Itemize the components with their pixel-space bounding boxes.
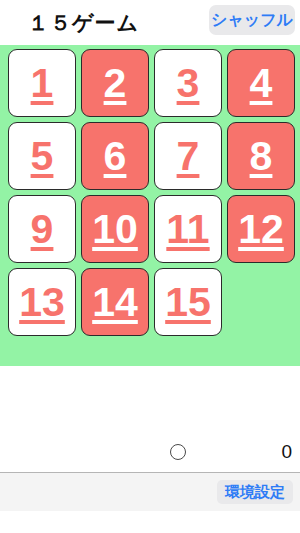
tile-10[interactable]: 10 <box>81 195 149 263</box>
tile-13[interactable]: 13 <box>8 268 76 336</box>
settings-button[interactable]: 環境設定 <box>217 480 293 504</box>
empty-cell <box>227 268 295 336</box>
tile-12[interactable]: 12 <box>227 195 295 263</box>
tile-11[interactable]: 11 <box>154 195 222 263</box>
tile-2[interactable]: 2 <box>81 49 149 117</box>
shuffle-button[interactable]: シャッフル <box>209 5 295 35</box>
app-title: １５ゲーム <box>28 9 139 37</box>
tile-6[interactable]: 6 <box>81 122 149 190</box>
tile-4[interactable]: 4 <box>227 49 295 117</box>
tile-9[interactable]: 9 <box>8 195 76 263</box>
tile-5[interactable]: 5 <box>8 122 76 190</box>
bottom-toolbar: 環境設定 <box>0 472 300 511</box>
puzzle-board: 123456789101112131415 <box>0 45 300 366</box>
status-area: 0 <box>0 366 300 472</box>
tile-8[interactable]: 8 <box>227 122 295 190</box>
status-circle-icon <box>170 444 186 460</box>
tile-3[interactable]: 3 <box>154 49 222 117</box>
app-screen: １５ゲーム シャッフル 123456789101112131415 0 環境設定 <box>0 0 300 533</box>
tile-14[interactable]: 14 <box>81 268 149 336</box>
tile-7[interactable]: 7 <box>154 122 222 190</box>
tile-1[interactable]: 1 <box>8 49 76 117</box>
header: １５ゲーム シャッフル <box>0 0 300 45</box>
move-counter: 0 <box>281 441 292 463</box>
tile-15[interactable]: 15 <box>154 268 222 336</box>
